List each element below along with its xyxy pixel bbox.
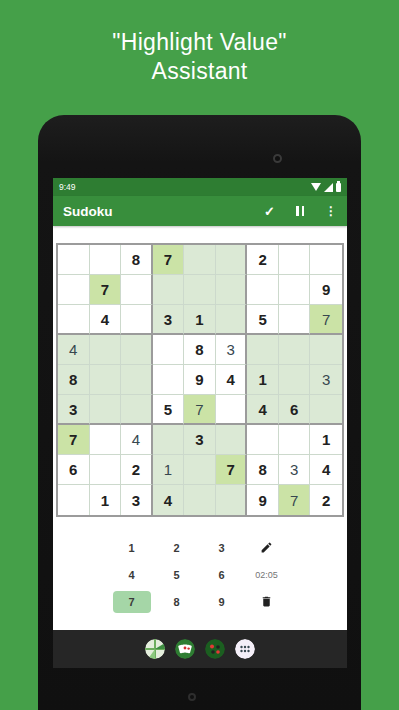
game-timer: 02:05 <box>255 570 278 580</box>
cell-r5c1[interactable]: 8 <box>58 365 90 395</box>
given-digit: 5 <box>258 311 266 328</box>
cell-r4c7[interactable] <box>247 335 279 365</box>
cell-r2c8[interactable] <box>279 275 311 305</box>
user-digit: 3 <box>290 461 298 478</box>
cell-r7c9[interactable]: 1 <box>310 425 342 455</box>
front-camera-icon <box>273 154 282 163</box>
given-digit: 4 <box>258 401 266 418</box>
cell-r4c5[interactable]: 8 <box>184 335 216 365</box>
cell-r2c4[interactable] <box>153 275 185 305</box>
cell-r6c7[interactable]: 4 <box>247 395 279 425</box>
cell-r8c5[interactable] <box>184 455 216 485</box>
tablet-frame: 9:49 Sudoku ✓ ⋮ 872794315748389413357467… <box>38 115 361 710</box>
given-digit: 2 <box>258 251 266 268</box>
user-digit: 4 <box>69 341 77 358</box>
cell-r2c7[interactable] <box>247 275 279 305</box>
cell-r9c5[interactable] <box>184 485 216 515</box>
given-digit: 8 <box>132 251 140 268</box>
user-digit: 3 <box>322 371 330 388</box>
cell-r1c3[interactable]: 8 <box>121 245 153 275</box>
numpad: 1 2 3 4 5 6 02:05 7 8 9 <box>109 534 291 615</box>
cell-r6c8[interactable]: 6 <box>279 395 311 425</box>
battery-icon <box>336 183 341 192</box>
card-game-app-icon[interactable] <box>205 639 225 659</box>
cell-r5c6[interactable]: 4 <box>216 365 248 395</box>
cell-r3c1[interactable] <box>58 305 90 335</box>
check-icon[interactable]: ✓ <box>264 205 275 218</box>
app-drawer-icon[interactable] <box>235 639 255 659</box>
cell-r5c7[interactable]: 1 <box>247 365 279 395</box>
cell-r7c2[interactable] <box>90 425 122 455</box>
given-digit: 3 <box>195 431 203 448</box>
cell-r5c3[interactable] <box>121 365 153 395</box>
cell-r4c1[interactable]: 4 <box>58 335 90 365</box>
given-digit: 4 <box>101 311 109 328</box>
launcher-dock <box>53 630 347 668</box>
bottom-camera-icon <box>188 693 196 701</box>
cell-r7c5[interactable]: 3 <box>184 425 216 455</box>
given-digit: 9 <box>322 281 330 298</box>
given-digit: 8 <box>258 461 266 478</box>
given-digit: 6 <box>69 461 77 478</box>
cell-r1c4[interactable]: 7 <box>153 245 185 275</box>
cell-r2c9[interactable]: 9 <box>310 275 342 305</box>
status-icons <box>311 183 341 192</box>
given-digit: 9 <box>195 371 203 388</box>
app-title: Sudoku <box>63 204 264 219</box>
cell-r7c7[interactable] <box>247 425 279 455</box>
cell-r1c8[interactable] <box>279 245 311 275</box>
given-digit: 3 <box>164 311 172 328</box>
cell-r3c3[interactable] <box>121 305 153 335</box>
cell-r8c4[interactable]: 1 <box>153 455 185 485</box>
numpad-1[interactable]: 1 <box>113 537 151 559</box>
numpad-7[interactable]: 7 <box>113 591 151 613</box>
pencil-button[interactable] <box>248 537 286 559</box>
cell-r9c1[interactable] <box>58 485 90 515</box>
app-bar: Sudoku ✓ ⋮ <box>53 196 347 226</box>
cell-r7c1[interactable]: 7 <box>58 425 90 455</box>
cell-r4c4[interactable] <box>153 335 185 365</box>
given-digit: 2 <box>132 461 140 478</box>
wifi-icon <box>311 183 321 191</box>
given-digit: 5 <box>164 401 172 418</box>
promo-title-line2: Assistant <box>0 57 399 86</box>
cell-r5c9[interactable]: 3 <box>310 365 342 395</box>
given-digit: 1 <box>258 371 266 388</box>
given-digit: 4 <box>226 371 234 388</box>
trash-button[interactable] <box>248 591 286 613</box>
given-digit: 9 <box>258 492 266 509</box>
cell-r9c9[interactable]: 2 <box>310 485 342 515</box>
user-digit: 7 <box>290 492 298 509</box>
cell-r7c3[interactable]: 4 <box>121 425 153 455</box>
cell-r5c5[interactable]: 9 <box>184 365 216 395</box>
numpad-8[interactable]: 8 <box>158 591 196 613</box>
trash-icon <box>260 595 273 608</box>
given-digit: 7 <box>226 461 234 478</box>
user-digit: 7 <box>322 311 330 328</box>
numpad-3[interactable]: 3 <box>203 537 241 559</box>
given-digit: 7 <box>69 431 77 448</box>
cell-r3c8[interactable] <box>279 305 311 335</box>
cell-r8c6[interactable]: 7 <box>216 455 248 485</box>
cell-r4c8[interactable] <box>279 335 311 365</box>
cell-r4c2[interactable] <box>90 335 122 365</box>
cell-r5c4[interactable] <box>153 365 185 395</box>
tablet-screen: 9:49 Sudoku ✓ ⋮ 872794315748389413357467… <box>53 178 347 668</box>
cell-r2c2[interactable]: 7 <box>90 275 122 305</box>
cell-r6c2[interactable] <box>90 395 122 425</box>
given-digit: 6 <box>290 401 298 418</box>
cell-r2c1[interactable] <box>58 275 90 305</box>
cell-r3c2[interactable]: 4 <box>90 305 122 335</box>
given-digit: 3 <box>132 492 140 509</box>
given-digit: 4 <box>322 461 330 478</box>
cell-r7c4[interactable] <box>153 425 185 455</box>
cell-r6c1[interactable]: 3 <box>58 395 90 425</box>
cell-r8c3[interactable]: 2 <box>121 455 153 485</box>
cell-r4c3[interactable] <box>121 335 153 365</box>
cell-r2c6[interactable] <box>216 275 248 305</box>
cell-r6c4[interactable]: 5 <box>153 395 185 425</box>
cell-r9c2[interactable]: 1 <box>90 485 122 515</box>
pause-icon[interactable] <box>296 206 304 216</box>
cell-r8c9[interactable]: 4 <box>310 455 342 485</box>
given-digit: 1 <box>101 492 109 509</box>
given-digit: 4 <box>164 492 172 509</box>
cell-r6c6[interactable] <box>216 395 248 425</box>
cell-r9c8[interactable]: 7 <box>279 485 311 515</box>
cell-r8c7[interactable]: 8 <box>247 455 279 485</box>
cell-r1c9[interactable] <box>310 245 342 275</box>
cell-r1c6[interactable] <box>216 245 248 275</box>
sudoku-app-icon[interactable] <box>145 639 165 659</box>
cell-r3c9[interactable]: 7 <box>310 305 342 335</box>
user-digit: 3 <box>226 341 234 358</box>
cell-r7c6[interactable] <box>216 425 248 455</box>
cell-r3c7[interactable]: 5 <box>247 305 279 335</box>
cell-r1c5[interactable] <box>184 245 216 275</box>
cell-r3c6[interactable] <box>216 305 248 335</box>
cell-r1c1[interactable] <box>58 245 90 275</box>
cellular-signal-icon <box>324 183 333 192</box>
cell-r9c6[interactable] <box>216 485 248 515</box>
cell-r2c5[interactable] <box>184 275 216 305</box>
cell-r8c1[interactable]: 6 <box>58 455 90 485</box>
numpad-6[interactable]: 6 <box>203 564 241 586</box>
cell-r7c8[interactable] <box>279 425 311 455</box>
promo-title: "Highlight Value" Assistant <box>0 28 399 86</box>
cell-r1c2[interactable] <box>90 245 122 275</box>
solitaire-app-icon[interactable] <box>175 639 195 659</box>
numpad-4[interactable]: 4 <box>113 564 151 586</box>
sudoku-board: 8727943157483894133574674316217834134972 <box>56 243 344 517</box>
cell-r3c4[interactable]: 3 <box>153 305 185 335</box>
numpad-2[interactable]: 2 <box>158 537 196 559</box>
given-digit: 1 <box>195 311 203 328</box>
promo-title-line1: "Highlight Value" <box>0 28 399 57</box>
given-digit: 7 <box>101 281 109 298</box>
user-digit: 7 <box>195 401 203 418</box>
numpad-9[interactable]: 9 <box>203 591 241 613</box>
overflow-menu-icon[interactable]: ⋮ <box>325 205 337 217</box>
cell-r5c2[interactable] <box>90 365 122 395</box>
cell-r6c3[interactable] <box>121 395 153 425</box>
cell-r8c2[interactable] <box>90 455 122 485</box>
user-digit: 1 <box>164 461 172 478</box>
given-digit: 3 <box>69 401 77 418</box>
game-content: 8727943157483894133574674316217834134972… <box>53 226 347 615</box>
pencil-icon <box>260 541 273 554</box>
cell-r9c4[interactable]: 4 <box>153 485 185 515</box>
given-digit: 1 <box>322 431 330 448</box>
cell-r5c8[interactable] <box>279 365 311 395</box>
given-digit: 8 <box>195 341 203 358</box>
cell-r6c9[interactable] <box>310 395 342 425</box>
status-bar: 9:49 <box>53 178 347 196</box>
given-digit: 7 <box>164 251 172 268</box>
given-digit: 8 <box>69 371 77 388</box>
status-time: 9:49 <box>59 182 76 192</box>
user-digit: 4 <box>132 431 140 448</box>
cell-r4c6[interactable]: 3 <box>216 335 248 365</box>
cell-r8c8[interactable]: 3 <box>279 455 311 485</box>
given-digit: 2 <box>322 492 330 509</box>
cell-r9c3[interactable]: 3 <box>121 485 153 515</box>
numpad-5[interactable]: 5 <box>158 564 196 586</box>
cell-r1c7[interactable]: 2 <box>247 245 279 275</box>
cell-r6c5[interactable]: 7 <box>184 395 216 425</box>
cell-r4c9[interactable] <box>310 335 342 365</box>
cell-r3c5[interactable]: 1 <box>184 305 216 335</box>
cell-r2c3[interactable] <box>121 275 153 305</box>
cell-r9c7[interactable]: 9 <box>247 485 279 515</box>
